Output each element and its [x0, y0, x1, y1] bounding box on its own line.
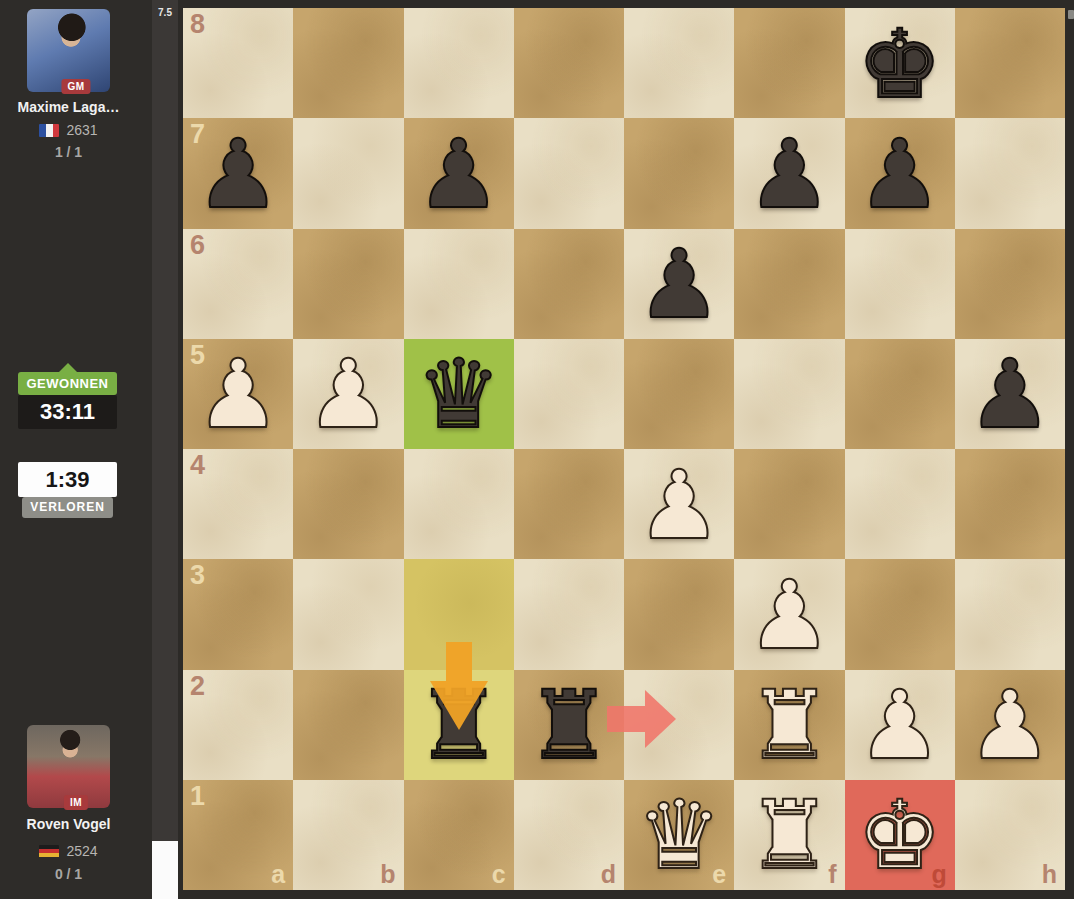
- player-score-top: 1 / 1: [0, 144, 137, 160]
- square-h8[interactable]: [955, 8, 1065, 118]
- rank-label-4: 4: [190, 450, 205, 481]
- square-e3[interactable]: [624, 559, 734, 669]
- player-rating-top: 2631: [66, 122, 97, 138]
- square-h4[interactable]: [955, 449, 1065, 559]
- red-right-arrow-tail: [607, 706, 644, 732]
- square-b5[interactable]: ♟: [293, 339, 403, 449]
- chess-board[interactable]: 8♚7♟♟♟♟6♟5♟♟♛♟4♟3♟2♜♜♜♟♟1abcde♛f♜g♚h: [183, 8, 1065, 890]
- square-g7[interactable]: ♟: [845, 118, 955, 228]
- piece-white-rook[interactable]: ♜: [734, 671, 844, 781]
- square-c6[interactable]: [404, 229, 514, 339]
- square-g1[interactable]: g♚: [845, 780, 955, 890]
- title-badge-im: IM: [64, 795, 88, 810]
- square-a4[interactable]: 4: [183, 449, 293, 559]
- square-d3[interactable]: [514, 559, 624, 669]
- square-e4[interactable]: ♟: [624, 449, 734, 559]
- square-a2[interactable]: 2: [183, 670, 293, 780]
- sidebar: GM Maxime Laga… 2631 1 / 1 GEWONNEN 33:1…: [0, 0, 152, 899]
- piece-white-queen[interactable]: ♛: [624, 781, 734, 891]
- square-h2[interactable]: ♟: [955, 670, 1065, 780]
- orange-down-arrow-tail: [446, 642, 472, 681]
- france-flag-icon: [39, 124, 59, 137]
- square-a8[interactable]: 8: [183, 8, 293, 118]
- rank-label-2: 2: [190, 671, 205, 702]
- scroll-handle-icon[interactable]: [1068, 10, 1074, 19]
- square-f7[interactable]: ♟: [734, 118, 844, 228]
- clock-bottom-player: 1:39: [18, 462, 117, 497]
- square-g6[interactable]: [845, 229, 955, 339]
- square-e8[interactable]: [624, 8, 734, 118]
- rank-label-3: 3: [190, 560, 205, 591]
- file-label-h: h: [1042, 860, 1057, 889]
- square-c4[interactable]: [404, 449, 514, 559]
- square-g8[interactable]: ♚: [845, 8, 955, 118]
- piece-white-rook[interactable]: ♜: [734, 781, 844, 891]
- square-b8[interactable]: [293, 8, 403, 118]
- square-e6[interactable]: ♟: [624, 229, 734, 339]
- square-h3[interactable]: [955, 559, 1065, 669]
- square-b6[interactable]: [293, 229, 403, 339]
- title-badge-gm: GM: [61, 79, 90, 94]
- square-d5[interactable]: [514, 339, 624, 449]
- player-name-bottom[interactable]: Roven Vogel: [0, 816, 137, 832]
- file-label-a: a: [271, 860, 285, 889]
- piece-black-pawn[interactable]: ♟: [955, 340, 1065, 450]
- square-c5[interactable]: ♛: [404, 339, 514, 449]
- file-label-b: b: [380, 860, 395, 889]
- square-c7[interactable]: ♟: [404, 118, 514, 228]
- piece-white-pawn[interactable]: ♟: [183, 340, 293, 450]
- piece-white-pawn[interactable]: ♟: [734, 560, 844, 670]
- result-badge-won: GEWONNEN: [18, 372, 117, 395]
- player-rating-bottom: 2524: [66, 843, 97, 859]
- piece-black-pawn[interactable]: ♟: [404, 119, 514, 229]
- piece-black-queen[interactable]: ♛: [404, 340, 514, 450]
- square-d6[interactable]: [514, 229, 624, 339]
- result-badge-lost: VERLOREN: [22, 497, 113, 518]
- square-h1[interactable]: h: [955, 780, 1065, 890]
- square-c8[interactable]: [404, 8, 514, 118]
- winner-pointer-notch: [59, 363, 77, 372]
- clock-top-player: 33:11: [18, 395, 117, 429]
- rank-label-8: 8: [190, 9, 205, 40]
- square-d8[interactable]: [514, 8, 624, 118]
- square-d1[interactable]: d: [514, 780, 624, 890]
- square-g5[interactable]: [845, 339, 955, 449]
- square-h7[interactable]: [955, 118, 1065, 228]
- piece-white-pawn[interactable]: ♟: [293, 340, 403, 450]
- piece-black-pawn[interactable]: ♟: [183, 119, 293, 229]
- square-e5[interactable]: [624, 339, 734, 449]
- square-f6[interactable]: [734, 229, 844, 339]
- square-f8[interactable]: [734, 8, 844, 118]
- evaluation-value: 7.5: [152, 7, 178, 18]
- square-d4[interactable]: [514, 449, 624, 559]
- square-f2[interactable]: ♜: [734, 670, 844, 780]
- player-rating-row-bottom: 2524: [0, 843, 137, 859]
- square-b7[interactable]: [293, 118, 403, 228]
- square-a5[interactable]: 5♟: [183, 339, 293, 449]
- rank-label-6: 6: [190, 230, 205, 261]
- player-rating-row-top: 2631: [0, 122, 137, 138]
- player-score-bottom: 0 / 1: [0, 866, 137, 882]
- germany-flag-icon: [39, 845, 59, 858]
- file-label-c: c: [492, 860, 506, 889]
- square-a6[interactable]: 6: [183, 229, 293, 339]
- square-f3[interactable]: ♟: [734, 559, 844, 669]
- square-d7[interactable]: [514, 118, 624, 228]
- piece-black-pawn[interactable]: ♟: [734, 119, 844, 229]
- square-a3[interactable]: 3: [183, 559, 293, 669]
- square-e7[interactable]: [624, 118, 734, 228]
- orange-down-arrow-head: [430, 681, 488, 730]
- square-b4[interactable]: [293, 449, 403, 559]
- piece-black-king[interactable]: ♚: [845, 9, 955, 119]
- square-f1[interactable]: f♜: [734, 780, 844, 890]
- square-b2[interactable]: [293, 670, 403, 780]
- square-a1[interactable]: 1a: [183, 780, 293, 890]
- square-f5[interactable]: [734, 339, 844, 449]
- piece-white-pawn[interactable]: ♟: [624, 450, 734, 560]
- square-g2[interactable]: ♟: [845, 670, 955, 780]
- square-c1[interactable]: c: [404, 780, 514, 890]
- square-g3[interactable]: [845, 559, 955, 669]
- square-f4[interactable]: [734, 449, 844, 559]
- piece-white-pawn[interactable]: ♟: [845, 671, 955, 781]
- square-e1[interactable]: e♛: [624, 780, 734, 890]
- square-b3[interactable]: [293, 559, 403, 669]
- square-h6[interactable]: [955, 229, 1065, 339]
- red-right-arrow-head: [645, 690, 676, 748]
- rank-label-1: 1: [190, 781, 205, 812]
- piece-white-king[interactable]: ♚: [845, 781, 955, 891]
- square-h5[interactable]: ♟: [955, 339, 1065, 449]
- square-b1[interactable]: b: [293, 780, 403, 890]
- file-label-d: d: [601, 860, 616, 889]
- player-name-top[interactable]: Maxime Laga…: [0, 99, 137, 115]
- evaluation-bar-white-portion: [152, 841, 178, 899]
- app-root: GM Maxime Laga… 2631 1 / 1 GEWONNEN 33:1…: [0, 0, 1074, 899]
- square-a7[interactable]: 7♟: [183, 118, 293, 228]
- piece-white-pawn[interactable]: ♟: [955, 671, 1065, 781]
- square-g4[interactable]: [845, 449, 955, 559]
- evaluation-bar: 7.5: [152, 0, 178, 899]
- result-badge-won-label: GEWONNEN: [27, 376, 109, 391]
- piece-black-pawn[interactable]: ♟: [845, 119, 955, 229]
- piece-black-pawn[interactable]: ♟: [624, 230, 734, 340]
